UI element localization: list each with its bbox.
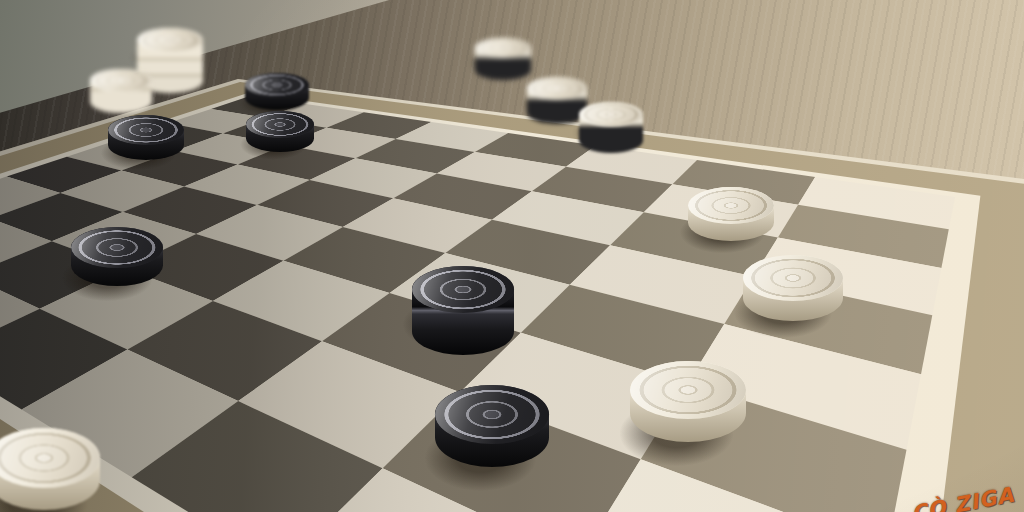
piece-top-face — [579, 102, 643, 127]
checker-white-man[interactable] — [630, 361, 746, 442]
checker-black-man[interactable] — [108, 115, 184, 160]
piece-top-face — [527, 77, 587, 100]
piece-top-face — [412, 266, 514, 313]
checker-white-man[interactable] — [0, 428, 100, 510]
piece-top-face — [630, 361, 746, 419]
piece-top-face — [137, 28, 203, 52]
scene: CÒ ZIGA — [0, 0, 1024, 512]
checker-white-man[interactable] — [688, 187, 774, 241]
checker-black-king[interactable] — [412, 266, 514, 355]
checker-black-man[interactable] — [71, 227, 163, 286]
piece-top-face — [90, 69, 152, 92]
piece-top-face — [245, 73, 309, 97]
piece-top-face — [246, 111, 314, 138]
piece-top-face — [743, 255, 843, 301]
piece-top-face — [688, 187, 774, 224]
piece-top-face — [475, 38, 531, 58]
piece-top-face — [435, 385, 549, 444]
piece-top-face — [71, 227, 163, 268]
checker-captured-stack[interactable] — [475, 38, 531, 80]
checker-captured-stack[interactable] — [579, 102, 643, 153]
checker-white-reserve-stack[interactable] — [90, 69, 152, 113]
checker-black-man[interactable] — [246, 111, 314, 152]
checker-white-man[interactable] — [743, 255, 843, 321]
checker-black-man[interactable] — [245, 73, 309, 110]
piece-top-face — [108, 115, 184, 145]
checker-black-man[interactable] — [435, 385, 549, 467]
